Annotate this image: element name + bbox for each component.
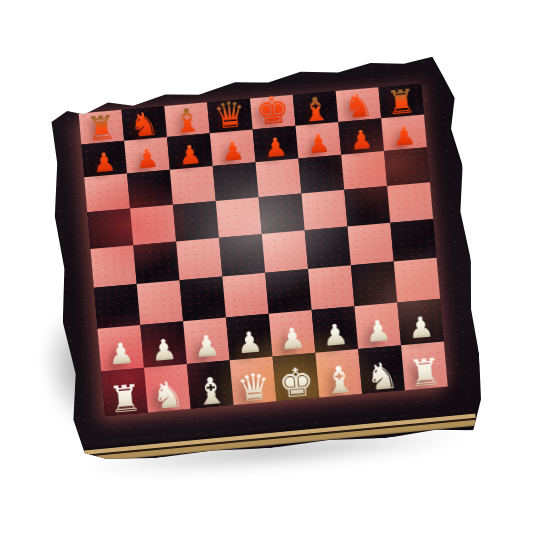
piece-orange-pawn: ♟ xyxy=(382,121,427,151)
piece-orange-pawn: ♟ xyxy=(339,125,384,155)
piece-orange-knight: ♞ xyxy=(121,106,167,143)
square-b5 xyxy=(130,205,176,246)
square-b3 xyxy=(137,280,183,325)
piece-white-pawn: ♟ xyxy=(270,323,315,356)
square-f3 xyxy=(308,265,354,310)
square-g5 xyxy=(344,186,390,227)
piece-white-bishop: ♝ xyxy=(188,371,234,412)
square-c1: ♝ xyxy=(187,360,234,409)
square-g2: ♟ xyxy=(354,302,401,349)
square-c8: ♝ xyxy=(164,102,210,137)
piece-white-king: ♚ xyxy=(273,361,319,405)
square-f4 xyxy=(305,227,351,270)
piece-white-queen: ♛ xyxy=(231,367,277,408)
square-f2: ♟ xyxy=(312,306,359,353)
piece-white-rook: ♜ xyxy=(402,353,448,394)
square-d6 xyxy=(213,162,259,201)
square-a4 xyxy=(90,245,136,288)
board-frame: ♜♞♝♛♚♝♞♜♟♟♟♟♟♟♟♟♟♟♟♟♟♟♟♟♜♞♝♛♚♝♞♜ xyxy=(40,53,485,466)
square-g3 xyxy=(351,262,397,307)
square-e4 xyxy=(262,230,308,273)
square-g4 xyxy=(347,223,393,266)
square-d3 xyxy=(222,273,268,318)
square-c5 xyxy=(173,201,219,242)
piece-orange-rook: ♜ xyxy=(378,84,424,121)
piece-white-rook: ♜ xyxy=(102,379,148,420)
square-e6 xyxy=(256,159,302,198)
square-h3 xyxy=(394,258,440,303)
square-b4 xyxy=(133,242,179,285)
piece-orange-knight: ♞ xyxy=(336,87,382,124)
piece-white-pawn: ♟ xyxy=(184,330,229,363)
piece-orange-pawn: ♟ xyxy=(125,144,170,174)
piece-orange-bishop: ♝ xyxy=(293,91,339,128)
piece-orange-queen: ♛ xyxy=(207,96,253,136)
square-a1: ♜ xyxy=(101,368,148,417)
piece-orange-pawn: ♟ xyxy=(253,133,298,163)
square-a2: ♟ xyxy=(97,325,144,372)
square-f5 xyxy=(301,190,347,231)
piece-orange-pawn: ♟ xyxy=(82,148,127,178)
square-a8: ♜ xyxy=(79,110,125,145)
piece-orange-bishop: ♝ xyxy=(164,102,210,139)
square-f8: ♝ xyxy=(293,91,339,126)
piece-orange-rook: ♜ xyxy=(79,110,125,147)
square-b8: ♞ xyxy=(121,106,167,141)
square-c2: ♟ xyxy=(183,317,230,364)
square-h6 xyxy=(384,147,430,186)
square-h8: ♜ xyxy=(378,84,424,119)
square-h1: ♜ xyxy=(401,342,448,391)
square-f6 xyxy=(298,155,344,194)
square-g6 xyxy=(341,151,387,190)
square-h5 xyxy=(387,182,433,223)
piece-white-pawn: ♟ xyxy=(99,338,144,371)
square-h4 xyxy=(390,219,436,262)
square-d4 xyxy=(219,234,265,277)
square-e1: ♚ xyxy=(273,353,320,402)
piece-white-knight: ♞ xyxy=(359,356,405,397)
piece-orange-pawn: ♟ xyxy=(296,129,341,159)
photo-canvas: ♜♞♝♛♚♝♞♜♟♟♟♟♟♟♟♟♟♟♟♟♟♟♟♟♜♞♝♛♚♝♞♜ xyxy=(0,0,533,533)
square-h2: ♟ xyxy=(397,299,444,346)
square-b2: ♟ xyxy=(140,321,187,368)
square-c4 xyxy=(176,238,222,281)
square-a6 xyxy=(84,174,130,213)
square-e2: ♟ xyxy=(269,310,316,357)
square-a3 xyxy=(94,284,140,329)
square-e5 xyxy=(259,193,305,234)
square-a5 xyxy=(87,208,133,249)
square-e8: ♚ xyxy=(250,95,296,130)
square-b6 xyxy=(127,170,173,209)
square-b1: ♞ xyxy=(144,364,191,413)
square-d2: ♟ xyxy=(226,314,273,361)
piece-white-knight: ♞ xyxy=(145,375,191,416)
board-grid: ♜♞♝♛♚♝♞♜♟♟♟♟♟♟♟♟♟♟♟♟♟♟♟♟♜♞♝♛♚♝♞♜ xyxy=(79,84,448,417)
piece-white-pawn: ♟ xyxy=(356,315,401,348)
piece-white-pawn: ♟ xyxy=(398,312,443,345)
piece-white-bishop: ♝ xyxy=(316,360,362,401)
square-c3 xyxy=(180,277,226,322)
square-c6 xyxy=(170,166,216,205)
chess-board: ♜♞♝♛♚♝♞♜♟♟♟♟♟♟♟♟♟♟♟♟♟♟♟♟♜♞♝♛♚♝♞♜ xyxy=(40,53,485,466)
square-d5 xyxy=(216,197,262,238)
square-e3 xyxy=(265,269,311,314)
piece-orange-king: ♚ xyxy=(250,90,296,132)
square-f1: ♝ xyxy=(315,349,362,398)
square-g1: ♞ xyxy=(358,345,405,394)
piece-white-pawn: ♟ xyxy=(227,327,272,360)
piece-orange-pawn: ♟ xyxy=(168,140,213,170)
piece-white-pawn: ♟ xyxy=(141,334,186,367)
piece-white-pawn: ♟ xyxy=(313,319,358,352)
square-d1: ♛ xyxy=(230,357,277,406)
square-g8: ♞ xyxy=(336,87,382,122)
square-d8: ♛ xyxy=(207,99,253,134)
piece-orange-pawn: ♟ xyxy=(210,136,255,166)
